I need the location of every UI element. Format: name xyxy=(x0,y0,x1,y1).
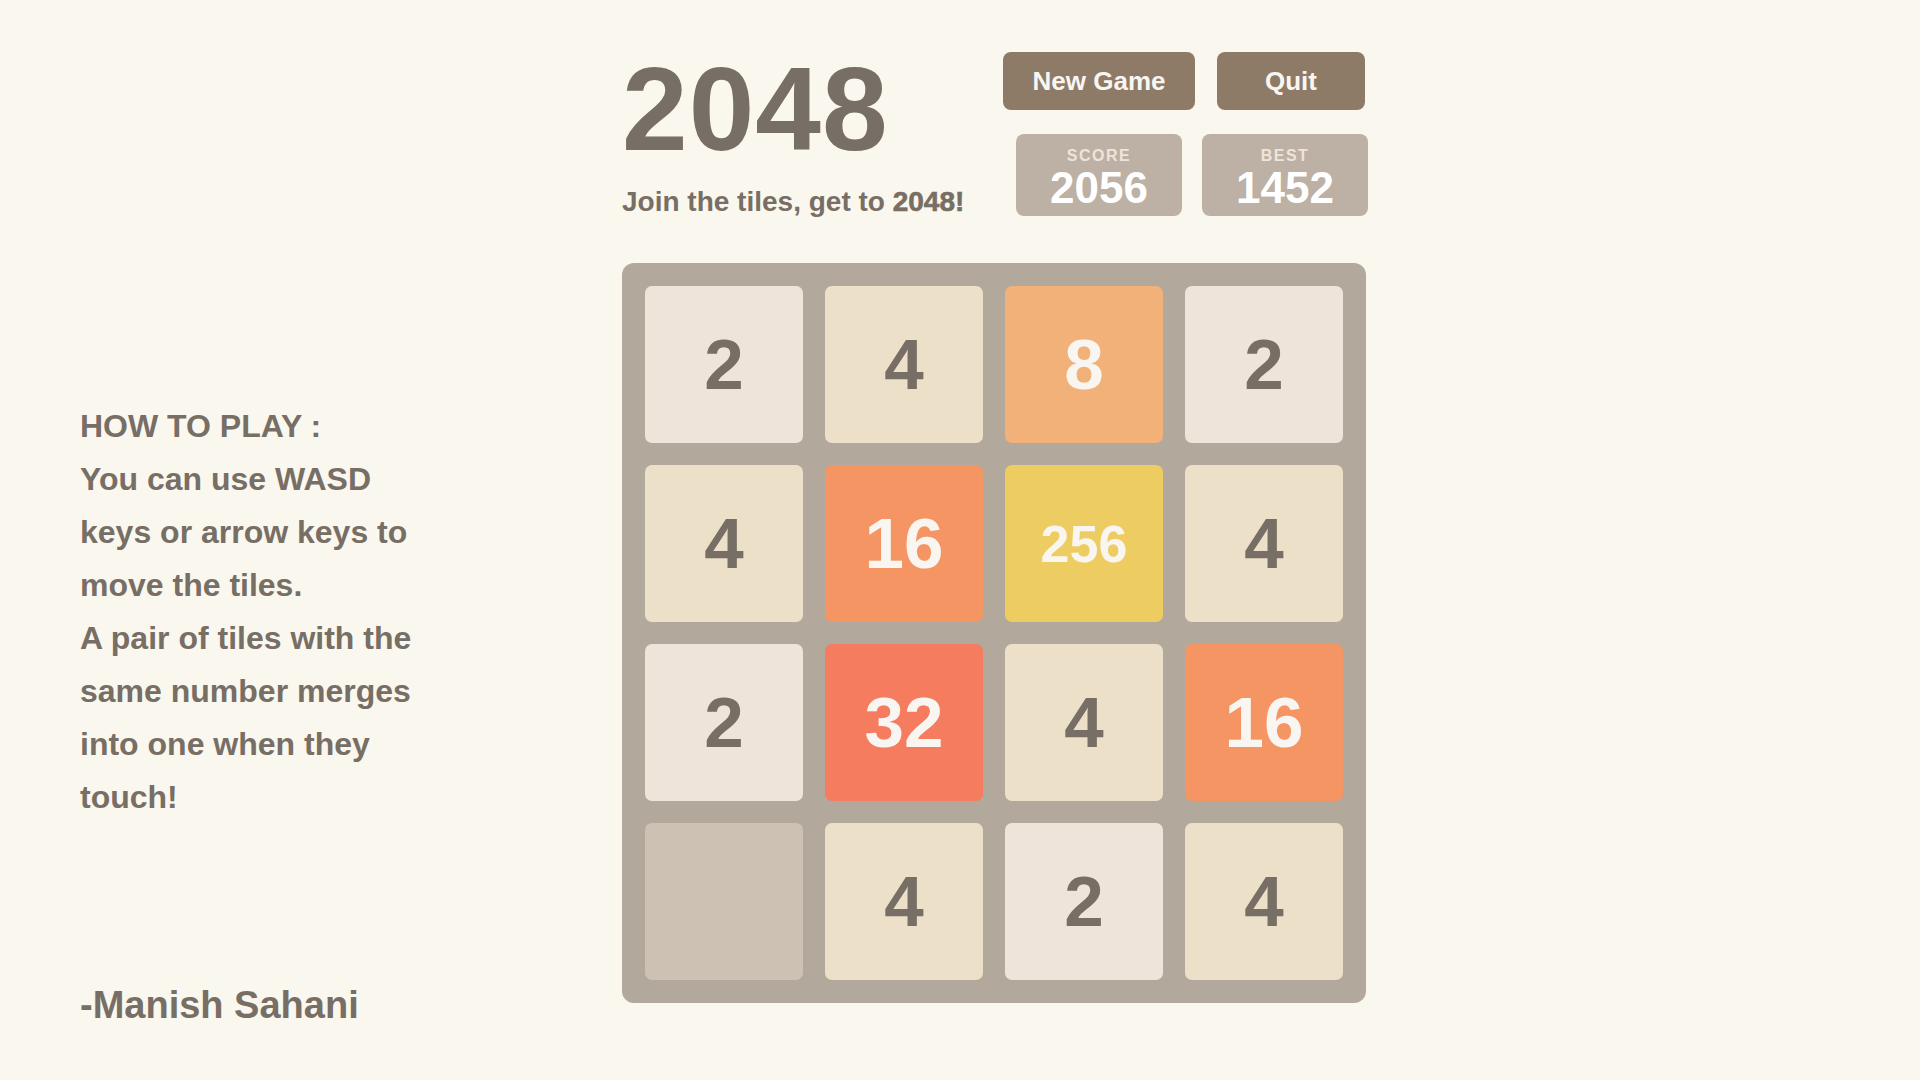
instruction-line: A pair of tiles with the xyxy=(80,612,411,665)
tile-2: 2 xyxy=(645,644,803,801)
empty-cell xyxy=(645,823,803,980)
quit-button[interactable]: Quit xyxy=(1217,52,1365,110)
instruction-line: HOW TO PLAY : xyxy=(80,400,411,453)
tile-2: 2 xyxy=(1185,286,1343,443)
tile-256: 256 xyxy=(1005,465,1163,622)
tile-4: 4 xyxy=(825,823,983,980)
page-title: 2048 xyxy=(622,50,889,168)
tile-8: 8 xyxy=(1005,286,1163,443)
board-grid[interactable]: 24824162564232416424 xyxy=(622,263,1366,1003)
tile-4: 4 xyxy=(825,286,983,443)
instruction-line: same number merges xyxy=(80,665,411,718)
tagline: Join the tiles, get to 2048! xyxy=(622,188,964,216)
credit-text: -Manish Sahani xyxy=(80,986,359,1024)
best-value: 1452 xyxy=(1236,165,1334,211)
tagline-goal: 2048! xyxy=(893,186,965,217)
tagline-text: Join the tiles, get to xyxy=(622,186,893,217)
score-box: SCORE 2056 xyxy=(1016,134,1182,216)
instruction-line: move the tiles. xyxy=(80,559,411,612)
tile-4: 4 xyxy=(1185,465,1343,622)
tile-4: 4 xyxy=(1185,823,1343,980)
tile-16: 16 xyxy=(1185,644,1343,801)
page: HOW TO PLAY :You can use WASDkeys or arr… xyxy=(0,0,1920,1080)
how-to-play: HOW TO PLAY :You can use WASDkeys or arr… xyxy=(80,400,411,824)
tile-16: 16 xyxy=(825,465,983,622)
tile-2: 2 xyxy=(1005,823,1163,980)
tile-4: 4 xyxy=(1005,644,1163,801)
tile-32: 32 xyxy=(825,644,983,801)
instruction-line: You can use WASD xyxy=(80,453,411,506)
instruction-line: keys or arrow keys to xyxy=(80,506,411,559)
best-box: BEST 1452 xyxy=(1202,134,1368,216)
tile-4: 4 xyxy=(645,465,803,622)
instruction-line: touch! xyxy=(80,771,411,824)
new-game-button[interactable]: New Game xyxy=(1003,52,1195,110)
instruction-line: into one when they xyxy=(80,718,411,771)
score-value: 2056 xyxy=(1050,165,1148,211)
tile-2: 2 xyxy=(645,286,803,443)
